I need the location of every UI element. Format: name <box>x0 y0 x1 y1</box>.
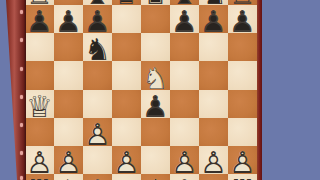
spine-dot <box>20 151 23 155</box>
square-a4[interactable]: ♛♕ <box>25 90 54 118</box>
square-b3[interactable] <box>54 118 83 146</box>
square-f5[interactable] <box>170 61 199 89</box>
spine-dot <box>20 176 23 180</box>
square-a3[interactable] <box>25 118 54 146</box>
square-a1[interactable]: ♜♖ <box>25 174 54 180</box>
square-c5[interactable] <box>83 61 112 89</box>
chess-board[interactable]: ♜♖♝♗♛♕♚♔♝♗♞♘♜♖♟♙♟♙♟♙♟♙♟♙♟♙♞♘♞♘♛♕♟♙♟♙♟♙♟♙… <box>25 0 257 180</box>
spine-dot <box>20 10 23 14</box>
square-d6[interactable] <box>112 33 141 61</box>
square-f3[interactable] <box>170 118 199 146</box>
square-h3[interactable] <box>228 118 257 146</box>
square-c2[interactable] <box>83 146 112 174</box>
piece-white-bishop: ♝♗ <box>171 176 198 180</box>
square-a6[interactable] <box>25 33 54 61</box>
piece-white-rook: ♜♖ <box>26 176 53 180</box>
piece-white-king: ♚♔ <box>142 176 169 180</box>
square-g1[interactable] <box>199 174 228 180</box>
square-c7[interactable]: ♟♙ <box>83 5 112 33</box>
piece-white-rook: ♜♖ <box>229 176 256 180</box>
square-e3[interactable] <box>141 118 170 146</box>
square-h4[interactable] <box>228 90 257 118</box>
square-c1[interactable]: ♝♗ <box>83 174 112 180</box>
square-f7[interactable]: ♟♙ <box>170 5 199 33</box>
square-g6[interactable] <box>199 33 228 61</box>
square-h1[interactable]: ♜♖ <box>228 174 257 180</box>
square-b6[interactable] <box>54 33 83 61</box>
square-e5[interactable]: ♞♘ <box>141 61 170 89</box>
square-h7[interactable]: ♟♙ <box>228 5 257 33</box>
square-d7[interactable] <box>112 5 141 33</box>
square-b2[interactable]: ♟♙ <box>54 146 83 174</box>
piece-white-knight: ♞♘ <box>55 176 82 180</box>
square-e1[interactable]: ♚♔ <box>141 174 170 180</box>
square-d5[interactable] <box>112 61 141 89</box>
spine-dot <box>20 123 23 127</box>
square-c6[interactable]: ♞♘ <box>83 33 112 61</box>
square-c3[interactable]: ♟♙ <box>83 118 112 146</box>
square-f2[interactable]: ♟♙ <box>170 146 199 174</box>
square-b7[interactable]: ♟♙ <box>54 5 83 33</box>
board-right-edge <box>257 0 262 180</box>
square-g4[interactable] <box>199 90 228 118</box>
square-g2[interactable]: ♟♙ <box>199 146 228 174</box>
spine-dot <box>20 38 23 42</box>
square-h2[interactable]: ♟♙ <box>228 146 257 174</box>
square-a7[interactable]: ♟♙ <box>25 5 54 33</box>
square-a5[interactable] <box>25 61 54 89</box>
video-frame: ♜♖♝♗♛♕♚♔♝♗♞♘♜♖♟♙♟♙♟♙♟♙♟♙♟♙♞♘♞♘♛♕♟♙♟♙♟♙♟♙… <box>0 0 320 180</box>
square-a2[interactable]: ♟♙ <box>25 146 54 174</box>
square-g3[interactable] <box>199 118 228 146</box>
square-e7[interactable] <box>141 5 170 33</box>
square-f1[interactable]: ♝♗ <box>170 174 199 180</box>
square-f4[interactable] <box>170 90 199 118</box>
square-d1[interactable] <box>112 174 141 180</box>
square-e2[interactable] <box>141 146 170 174</box>
square-d4[interactable] <box>112 90 141 118</box>
square-b4[interactable] <box>54 90 83 118</box>
square-f6[interactable] <box>170 33 199 61</box>
square-g7[interactable]: ♟♙ <box>199 5 228 33</box>
square-c4[interactable] <box>83 90 112 118</box>
piece-white-bishop: ♝♗ <box>84 176 111 180</box>
square-h5[interactable] <box>228 61 257 89</box>
spine-dot <box>20 95 23 99</box>
square-h6[interactable] <box>228 33 257 61</box>
square-g5[interactable] <box>199 61 228 89</box>
square-e6[interactable] <box>141 33 170 61</box>
square-d2[interactable]: ♟♙ <box>112 146 141 174</box>
square-e4[interactable]: ♟♙ <box>141 90 170 118</box>
spine-dot <box>20 67 23 71</box>
square-b1[interactable]: ♞♘ <box>54 174 83 180</box>
square-b5[interactable] <box>54 61 83 89</box>
square-d3[interactable] <box>112 118 141 146</box>
